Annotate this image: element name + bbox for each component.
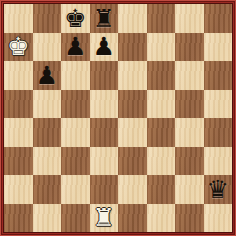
square-c7[interactable]: ♟	[61, 33, 90, 62]
square-h8[interactable]	[204, 4, 233, 33]
square-h3[interactable]	[204, 147, 233, 176]
square-c2[interactable]	[61, 175, 90, 204]
black-pawn[interactable]: ♟	[93, 34, 115, 59]
square-g8[interactable]	[175, 4, 204, 33]
square-e4[interactable]	[118, 118, 147, 147]
square-a7[interactable]: ♚	[4, 33, 33, 62]
square-g7[interactable]	[175, 33, 204, 62]
square-e7[interactable]	[118, 33, 147, 62]
square-f3[interactable]	[147, 147, 176, 176]
square-g4[interactable]	[175, 118, 204, 147]
square-e8[interactable]	[118, 4, 147, 33]
white-rook[interactable]: ♜	[93, 205, 115, 230]
square-a3[interactable]	[4, 147, 33, 176]
square-h2[interactable]: ♛	[204, 175, 233, 204]
square-a1[interactable]	[4, 204, 33, 233]
square-h6[interactable]	[204, 61, 233, 90]
square-e6[interactable]	[118, 61, 147, 90]
square-b7[interactable]	[33, 33, 62, 62]
square-h7[interactable]	[204, 33, 233, 62]
square-f4[interactable]	[147, 118, 176, 147]
square-a8[interactable]	[4, 4, 33, 33]
square-d3[interactable]	[90, 147, 119, 176]
square-f5[interactable]	[147, 90, 176, 119]
square-h4[interactable]	[204, 118, 233, 147]
black-queen[interactable]: ♛	[207, 177, 229, 202]
chess-board: ♚♜♚♟♟♟♛♜	[4, 4, 232, 232]
square-a4[interactable]	[4, 118, 33, 147]
board-frame: ♚♜♚♟♟♟♛♜	[0, 0, 236, 236]
square-d8[interactable]: ♜	[90, 4, 119, 33]
square-g3[interactable]	[175, 147, 204, 176]
square-h1[interactable]	[204, 204, 233, 233]
square-c8[interactable]: ♚	[61, 4, 90, 33]
square-b1[interactable]	[33, 204, 62, 233]
square-f2[interactable]	[147, 175, 176, 204]
square-g1[interactable]	[175, 204, 204, 233]
square-b6[interactable]: ♟	[33, 61, 62, 90]
square-g5[interactable]	[175, 90, 204, 119]
white-king[interactable]: ♚	[7, 34, 29, 59]
square-c4[interactable]	[61, 118, 90, 147]
square-c1[interactable]	[61, 204, 90, 233]
square-e1[interactable]	[118, 204, 147, 233]
square-b5[interactable]	[33, 90, 62, 119]
square-e3[interactable]	[118, 147, 147, 176]
square-e2[interactable]	[118, 175, 147, 204]
square-d1[interactable]: ♜	[90, 204, 119, 233]
square-a6[interactable]	[4, 61, 33, 90]
black-pawn[interactable]: ♟	[36, 63, 58, 88]
square-g2[interactable]	[175, 175, 204, 204]
square-d5[interactable]	[90, 90, 119, 119]
square-b3[interactable]	[33, 147, 62, 176]
square-d4[interactable]	[90, 118, 119, 147]
black-rook[interactable]: ♜	[93, 6, 115, 31]
square-d2[interactable]	[90, 175, 119, 204]
square-b8[interactable]	[33, 4, 62, 33]
black-pawn[interactable]: ♟	[64, 34, 86, 59]
black-king[interactable]: ♚	[64, 6, 86, 31]
square-f6[interactable]	[147, 61, 176, 90]
square-f8[interactable]	[147, 4, 176, 33]
square-b4[interactable]	[33, 118, 62, 147]
square-f1[interactable]	[147, 204, 176, 233]
square-e5[interactable]	[118, 90, 147, 119]
square-b2[interactable]	[33, 175, 62, 204]
square-c5[interactable]	[61, 90, 90, 119]
square-a5[interactable]	[4, 90, 33, 119]
square-a2[interactable]	[4, 175, 33, 204]
square-d6[interactable]	[90, 61, 119, 90]
square-c3[interactable]	[61, 147, 90, 176]
square-h5[interactable]	[204, 90, 233, 119]
square-c6[interactable]	[61, 61, 90, 90]
square-f7[interactable]	[147, 33, 176, 62]
square-g6[interactable]	[175, 61, 204, 90]
square-d7[interactable]: ♟	[90, 33, 119, 62]
